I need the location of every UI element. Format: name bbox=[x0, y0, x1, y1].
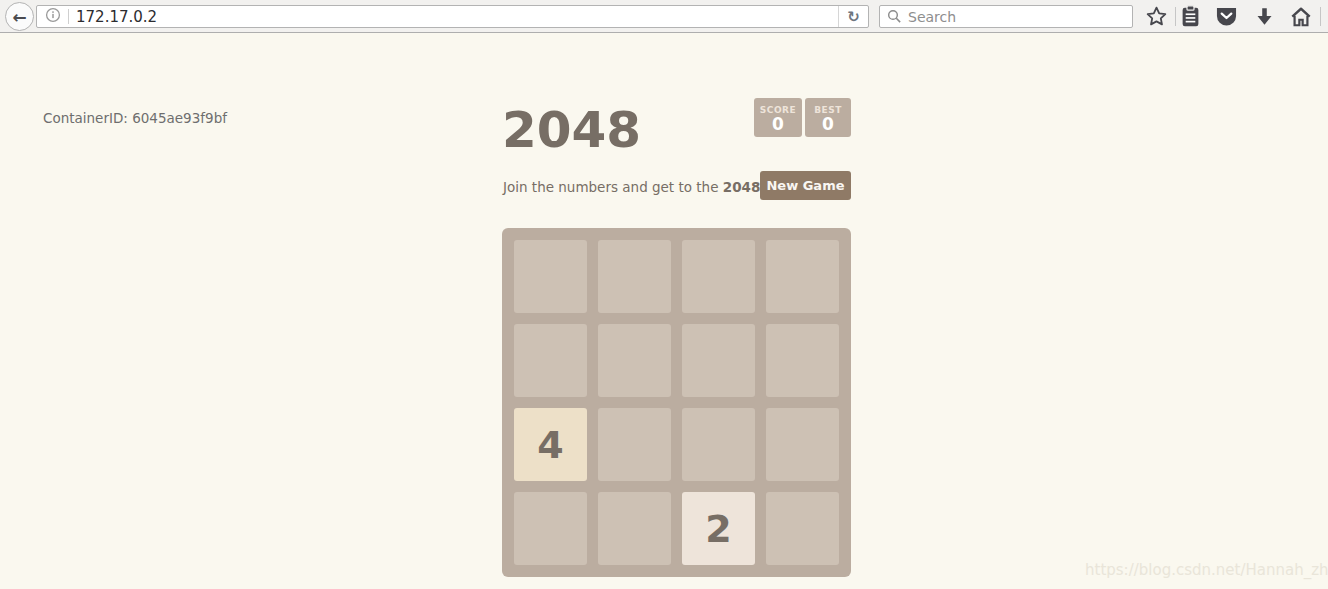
game-title: 2048 bbox=[502, 104, 641, 157]
download-button[interactable] bbox=[1251, 4, 1277, 29]
new-game-button[interactable]: New Game bbox=[760, 171, 851, 200]
score-box: SCORE 0 bbox=[754, 98, 802, 137]
board-cell bbox=[598, 408, 671, 481]
best-box: BEST 0 bbox=[805, 98, 851, 137]
board-cell bbox=[598, 240, 671, 313]
container-id-text: ContainerID: 6045ae93f9bf bbox=[43, 110, 227, 126]
back-icon: ← bbox=[12, 7, 26, 27]
board-cell bbox=[514, 240, 587, 313]
search-icon bbox=[887, 9, 902, 24]
search-input[interactable] bbox=[908, 9, 1132, 25]
board-cell bbox=[514, 324, 587, 397]
board-cell bbox=[766, 492, 839, 565]
urlbar-separator bbox=[68, 9, 69, 24]
back-button[interactable]: ← bbox=[5, 2, 34, 31]
home-button[interactable] bbox=[1288, 4, 1314, 29]
toolbar-separator-right bbox=[1320, 7, 1321, 26]
game-subtitle: Join the numbers and get to the 2048 til… bbox=[503, 179, 796, 195]
home-icon bbox=[1290, 6, 1312, 28]
page-info-icon[interactable] bbox=[45, 7, 61, 27]
board-cell bbox=[682, 324, 755, 397]
board-cell bbox=[766, 408, 839, 481]
reading-list-icon bbox=[1180, 5, 1201, 28]
watermark-text: https://blog.csdn.net/Hannah_zh bbox=[1085, 561, 1328, 579]
reload-button[interactable]: ↻ bbox=[838, 6, 868, 27]
best-value: 0 bbox=[805, 115, 851, 134]
board-cell bbox=[766, 324, 839, 397]
board-cell bbox=[682, 240, 755, 313]
reload-icon: ↻ bbox=[847, 8, 860, 26]
board-cell bbox=[766, 240, 839, 313]
subtitle-text: Join the numbers and get to the bbox=[503, 179, 723, 195]
url-bar[interactable]: 172.17.0.2 ↻ bbox=[36, 5, 869, 28]
board-cell bbox=[598, 492, 671, 565]
board: 42 bbox=[502, 228, 851, 577]
board-cell bbox=[598, 324, 671, 397]
browser-toolbar: ← 172.17.0.2 ↻ bbox=[0, 0, 1328, 33]
board-cell bbox=[682, 408, 755, 481]
url-text[interactable]: 172.17.0.2 bbox=[76, 8, 157, 26]
download-icon bbox=[1254, 6, 1275, 27]
tile-4: 4 bbox=[514, 408, 587, 481]
search-bar[interactable] bbox=[879, 5, 1133, 28]
reading-list-button[interactable] bbox=[1177, 4, 1203, 29]
score-value: 0 bbox=[754, 115, 802, 134]
pocket-button[interactable] bbox=[1213, 4, 1239, 29]
toolbar-separator bbox=[1175, 7, 1176, 26]
tile-2: 2 bbox=[682, 492, 755, 565]
bookmark-star-icon bbox=[1145, 5, 1168, 28]
bookmark-star-button[interactable] bbox=[1143, 4, 1169, 29]
board-cell bbox=[514, 492, 587, 565]
pocket-icon bbox=[1215, 6, 1238, 27]
